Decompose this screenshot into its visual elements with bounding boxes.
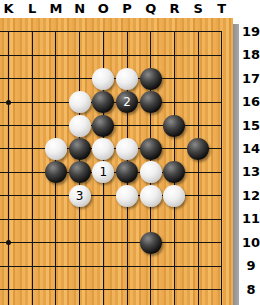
stone-black-P16[interactable]: 2: [116, 91, 138, 113]
column-label-O: O: [94, 1, 112, 17]
row-label-11: 11: [242, 212, 260, 226]
row-label-13: 13: [242, 165, 260, 179]
stone-white-N15[interactable]: [69, 115, 91, 137]
move-number-1: 1: [99, 166, 107, 178]
column-label-S: S: [189, 1, 207, 17]
row-label-10: 10: [242, 236, 260, 250]
row-label-16: 16: [242, 95, 260, 109]
row-label-15: 15: [242, 119, 260, 133]
stone-black-Q16[interactable]: [140, 91, 162, 113]
grid-line-row-8: [0, 289, 222, 290]
column-label-R: R: [165, 1, 183, 17]
board-shadow: [233, 24, 239, 305]
column-label-M: M: [47, 1, 65, 17]
column-label-K: K: [0, 1, 18, 17]
row-label-18: 18: [242, 48, 260, 62]
grid-line-col-T: [221, 31, 222, 305]
column-label-P: P: [118, 1, 136, 17]
row-label-12: 12: [242, 189, 260, 203]
stone-black-O15[interactable]: [92, 115, 114, 137]
stone-black-Q17[interactable]: [140, 68, 162, 90]
stone-black-Q14[interactable]: [140, 138, 162, 160]
grid-line-row-19: [0, 31, 222, 32]
stone-white-P14[interactable]: [116, 138, 138, 160]
column-label-T: T: [213, 1, 231, 17]
stone-white-N12[interactable]: 3: [69, 185, 91, 207]
column-label-N: N: [71, 1, 89, 17]
grid-line-row-11: [0, 219, 222, 220]
stone-white-N16[interactable]: [69, 91, 91, 113]
go-diagram: KLMNOPQRST1918171615141312111098 213: [0, 0, 260, 305]
grid-line-row-10: [0, 242, 222, 243]
stone-black-R15[interactable]: [163, 115, 185, 137]
stone-white-P12[interactable]: [116, 185, 138, 207]
stone-black-N13[interactable]: [69, 161, 91, 183]
move-number-3: 3: [76, 190, 84, 202]
row-label-8: 8: [242, 283, 260, 297]
row-label-19: 19: [242, 25, 260, 39]
stone-white-O17[interactable]: [92, 68, 114, 90]
move-number-2: 2: [123, 96, 131, 108]
stone-white-Q13[interactable]: [140, 161, 162, 183]
stone-black-N14[interactable]: [69, 138, 91, 160]
stone-white-P17[interactable]: [116, 68, 138, 90]
stone-white-Q12[interactable]: [140, 185, 162, 207]
grid-line-col-K: [8, 31, 9, 305]
grid-line-col-L: [32, 31, 33, 305]
grid-line-row-18: [0, 55, 222, 56]
stone-white-M14[interactable]: [45, 138, 67, 160]
column-label-L: L: [23, 1, 41, 17]
row-label-14: 14: [242, 142, 260, 156]
row-label-9: 9: [242, 259, 260, 273]
grid-line-row-12: [0, 195, 222, 196]
stone-black-S14[interactable]: [187, 138, 209, 160]
column-label-Q: Q: [142, 1, 160, 17]
grid-line-row-9: [0, 266, 222, 267]
row-label-17: 17: [242, 72, 260, 86]
stone-black-Q10[interactable]: [140, 232, 162, 254]
grid-line-col-S: [198, 31, 199, 305]
star-point-K16: [6, 100, 11, 105]
